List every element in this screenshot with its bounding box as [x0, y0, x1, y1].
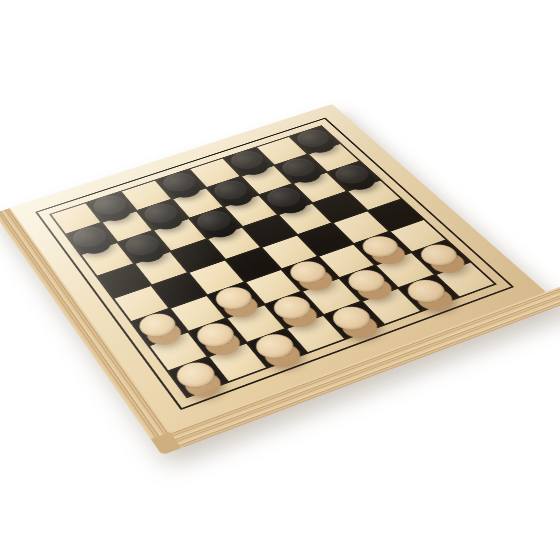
product-photo-scene [0, 0, 560, 560]
checkers-board [10, 104, 546, 432]
